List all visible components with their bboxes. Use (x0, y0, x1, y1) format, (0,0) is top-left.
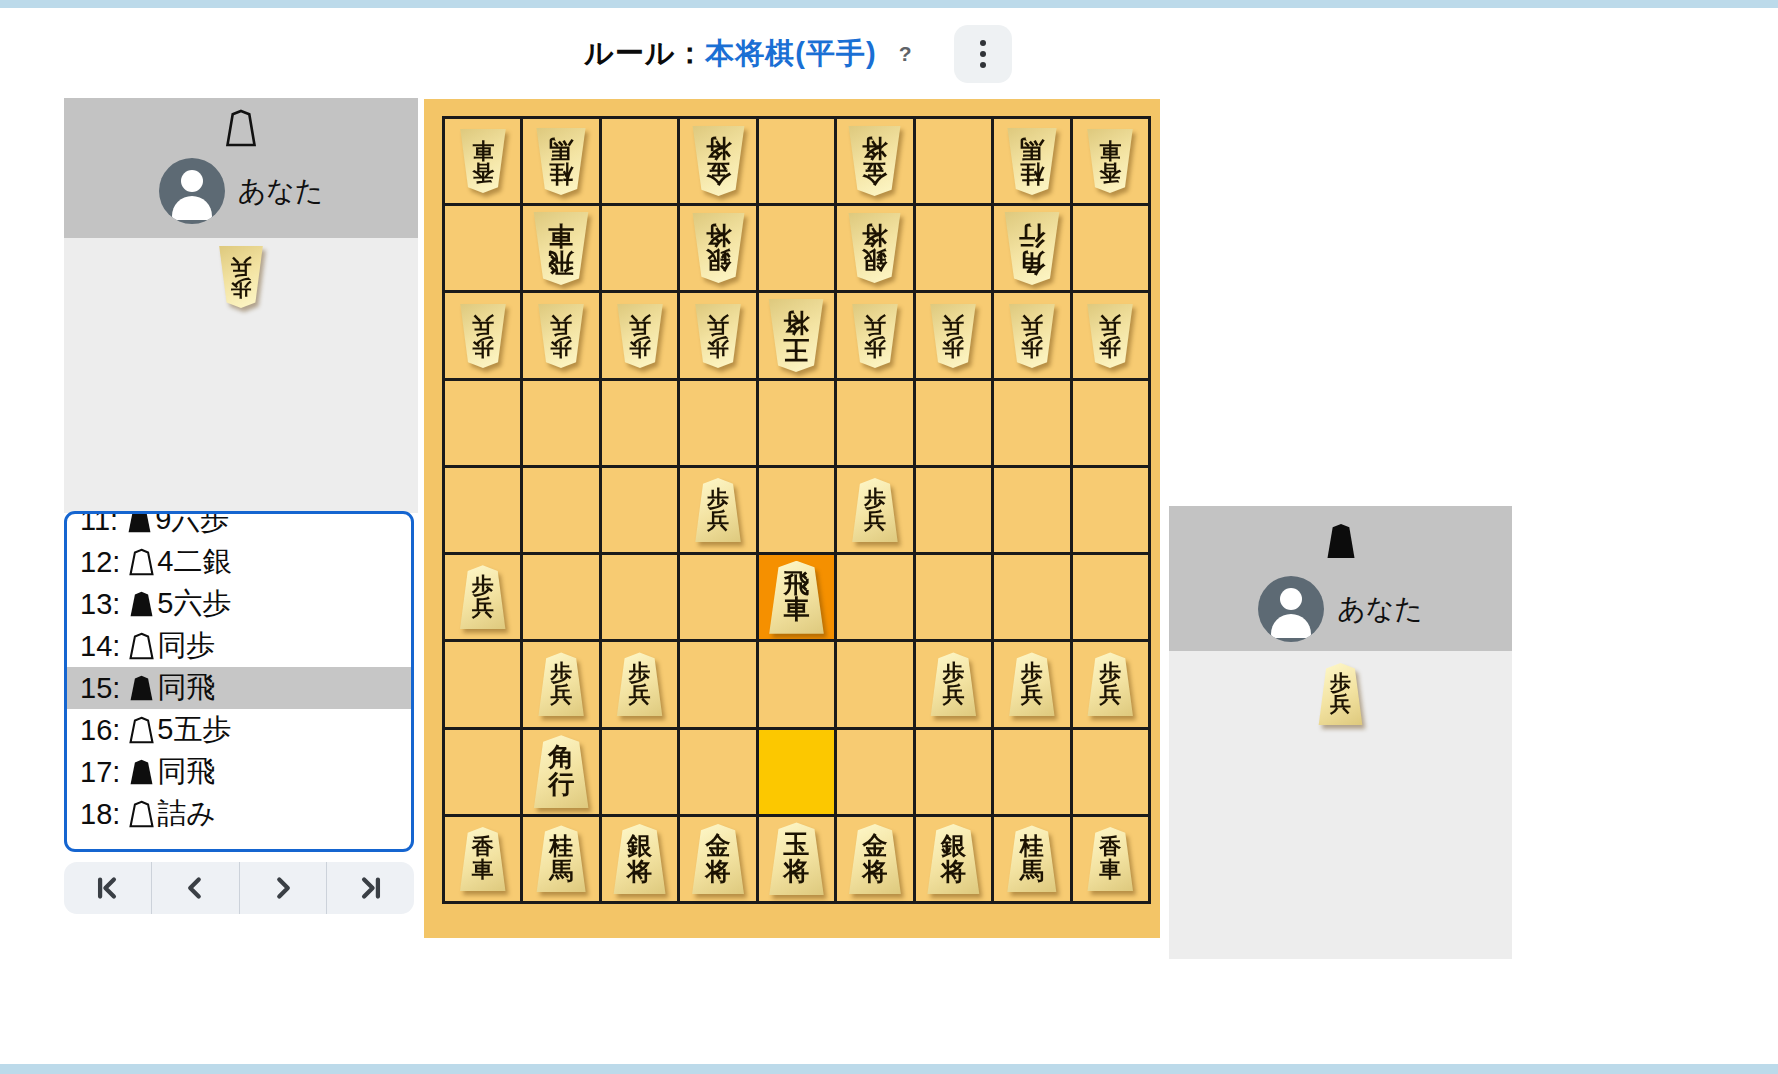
board-square[interactable] (837, 642, 912, 726)
board-square[interactable]: 歩兵 (916, 642, 991, 726)
board-square[interactable]: 銀将 (837, 206, 912, 290)
board-square[interactable] (759, 468, 834, 552)
board-square[interactable]: 銀将 (680, 206, 755, 290)
shogi-piece-P[interactable]: 歩兵 (928, 652, 978, 716)
gote-move-marker-icon (129, 716, 154, 744)
board-square[interactable]: 銀将 (602, 817, 677, 901)
board-square[interactable] (916, 381, 991, 465)
board-square[interactable] (916, 555, 991, 639)
shogi-piece-p[interactable]: 歩兵 (615, 304, 665, 368)
board-square[interactable] (916, 206, 991, 290)
board-square[interactable]: 歩兵 (602, 642, 677, 726)
board-square[interactable]: 香車 (445, 817, 520, 901)
shogi-piece-L[interactable]: 香車 (458, 827, 508, 891)
board-square[interactable]: 飛車 (759, 555, 834, 639)
board-square[interactable] (759, 642, 834, 726)
board-square[interactable]: 歩兵 (523, 642, 598, 726)
player-panel-header: あなた (1169, 506, 1512, 651)
board-square[interactable] (994, 730, 1069, 814)
board-square[interactable] (1073, 381, 1148, 465)
board-square[interactable] (759, 730, 834, 814)
shogi-piece-P[interactable]: 歩兵 (458, 565, 508, 629)
board-square[interactable] (680, 555, 755, 639)
shogi-piece-B[interactable]: 角行 (531, 735, 591, 808)
kebab-menu-button[interactable] (954, 25, 1012, 83)
board-square[interactable]: 歩兵 (680, 468, 755, 552)
shogi-board-grid: 香車桂馬金将金将桂馬香車飛車銀将銀将角行歩兵歩兵歩兵歩兵王将歩兵歩兵歩兵歩兵歩兵… (442, 116, 1151, 904)
board-square[interactable] (445, 206, 520, 290)
skip-to-end-button[interactable] (326, 862, 414, 914)
board-square[interactable] (1073, 730, 1148, 814)
board-square[interactable] (445, 642, 520, 726)
board-square[interactable] (1073, 206, 1148, 290)
move-row[interactable]: 15:同飛 (67, 667, 411, 709)
shogi-piece-N[interactable]: 桂馬 (534, 825, 588, 892)
kebab-dot (980, 51, 986, 57)
bottom-accent-strip (0, 1064, 1778, 1074)
board-square[interactable] (523, 468, 598, 552)
move-row[interactable]: 16:5五歩 (67, 709, 411, 751)
board-square[interactable] (916, 468, 991, 552)
top-accent-strip (0, 0, 1778, 8)
gote-move-marker-icon (129, 800, 154, 828)
shogi-piece-P[interactable]: 歩兵 (850, 478, 900, 542)
shogi-piece-P[interactable]: 歩兵 (693, 478, 743, 542)
board-square[interactable]: 桂馬 (523, 119, 598, 203)
gote-move-marker-icon (129, 632, 154, 660)
shogi-piece-p[interactable]: 歩兵 (1085, 304, 1135, 368)
shogi-piece-n[interactable]: 桂馬 (1005, 128, 1059, 195)
shogi-piece-S[interactable]: 銀将 (925, 824, 982, 894)
header: ルール：本将棋(平手) ? (584, 22, 1012, 86)
board-square[interactable] (445, 468, 520, 552)
avatar (1258, 576, 1324, 642)
board-square[interactable] (523, 555, 598, 639)
board-square[interactable] (602, 381, 677, 465)
rule-value-link[interactable]: 本将棋(平手) (705, 34, 876, 74)
board-square[interactable]: 歩兵 (602, 293, 677, 377)
skip-to-start-button[interactable] (64, 862, 151, 914)
board-square[interactable]: 桂馬 (994, 119, 1069, 203)
move-nav-bar (64, 862, 414, 914)
board-square[interactable]: 歩兵 (445, 293, 520, 377)
board-square[interactable]: 金将 (680, 119, 755, 203)
sente-side-icon (1169, 522, 1512, 560)
gote-hand-tray: 歩兵 (64, 238, 418, 513)
shogi-piece-P[interactable]: 歩兵 (1317, 663, 1365, 725)
shogi-board: 香車桂馬金将金将桂馬香車飛車銀将銀将角行歩兵歩兵歩兵歩兵王将歩兵歩兵歩兵歩兵歩兵… (424, 99, 1160, 938)
board-square[interactable]: 金将 (837, 119, 912, 203)
rule-label: ルール： (584, 34, 705, 74)
board-square[interactable]: 角行 (523, 730, 598, 814)
board-square[interactable]: 金将 (680, 817, 755, 901)
board-square[interactable]: 香車 (445, 119, 520, 203)
board-square[interactable] (994, 381, 1069, 465)
board-square[interactable] (602, 730, 677, 814)
board-square[interactable] (837, 555, 912, 639)
shogi-piece-p[interactable]: 歩兵 (536, 304, 586, 368)
shogi-piece-b[interactable]: 角行 (1002, 212, 1062, 285)
move-row[interactable]: 18:詰み (67, 793, 411, 835)
move-row[interactable]: 14:同歩 (67, 625, 411, 667)
shogi-piece-g[interactable]: 金将 (690, 126, 747, 196)
shogi-piece-l[interactable]: 香車 (458, 129, 508, 193)
board-square[interactable] (759, 119, 834, 203)
board-square[interactable]: 歩兵 (523, 293, 598, 377)
board-square[interactable] (916, 119, 991, 203)
shogi-piece-p[interactable]: 歩兵 (693, 304, 743, 368)
shogi-piece-p[interactable]: 歩兵 (850, 304, 900, 368)
board-square[interactable] (1073, 468, 1148, 552)
shogi-piece-G[interactable]: 金将 (690, 824, 747, 894)
kebab-dot (980, 40, 986, 46)
shogi-piece-s[interactable]: 銀将 (846, 213, 903, 283)
shogi-piece-G[interactable]: 金将 (846, 824, 903, 894)
board-square[interactable] (680, 642, 755, 726)
help-icon[interactable]: ? (899, 42, 912, 66)
board-square[interactable]: 歩兵 (837, 293, 912, 377)
shogi-piece-s[interactable]: 銀将 (690, 213, 747, 283)
board-square[interactable]: 歩兵 (994, 642, 1069, 726)
shogi-piece-k[interactable]: 王将 (766, 299, 826, 372)
shogi-piece-P[interactable]: 歩兵 (536, 652, 586, 716)
sente-move-marker-icon (129, 590, 154, 618)
shogi-piece-p[interactable]: 歩兵 (928, 304, 978, 368)
board-square[interactable] (445, 381, 520, 465)
opponent-panel: あなた 歩兵 (64, 98, 418, 513)
shogi-piece-r[interactable]: 飛車 (531, 212, 591, 285)
move-row[interactable]: 11:9六歩 (67, 514, 411, 541)
board-square[interactable]: 桂馬 (523, 817, 598, 901)
board-square[interactable] (916, 730, 991, 814)
step-back-button[interactable] (151, 862, 239, 914)
board-square[interactable] (837, 730, 912, 814)
board-square[interactable]: 歩兵 (1073, 293, 1148, 377)
board-square[interactable]: 歩兵 (994, 293, 1069, 377)
shogi-piece-L[interactable]: 香車 (1085, 827, 1135, 891)
board-square[interactable] (994, 555, 1069, 639)
board-square[interactable] (837, 381, 912, 465)
step-forward-button[interactable] (239, 862, 327, 914)
shogi-piece-R[interactable]: 飛車 (766, 561, 826, 634)
move-list: 11:9六歩12:4二銀13:5六歩14:同歩15:同飛16:5五歩17:同飛1… (64, 511, 414, 852)
board-square[interactable]: 角行 (994, 206, 1069, 290)
board-square[interactable]: 王将 (759, 293, 834, 377)
shogi-piece-K[interactable]: 玉将 (766, 822, 826, 895)
move-row[interactable]: 13:5六歩 (67, 583, 411, 625)
shogi-piece-N[interactable]: 桂馬 (1005, 825, 1059, 892)
board-square[interactable] (1073, 555, 1148, 639)
sente-move-marker-icon (129, 758, 154, 786)
kebab-dot (980, 62, 986, 68)
move-row[interactable]: 12:4二銀 (67, 541, 411, 583)
board-square[interactable]: 香車 (1073, 817, 1148, 901)
move-row[interactable]: 17:同飛 (67, 751, 411, 793)
gote-move-marker-icon (129, 548, 154, 576)
avatar (159, 158, 225, 224)
gote-side-icon (64, 109, 418, 147)
shogi-piece-p[interactable]: 歩兵 (1007, 304, 1057, 368)
shogi-piece-P[interactable]: 歩兵 (1085, 652, 1135, 716)
sente-move-marker-icon (129, 674, 154, 702)
sente-move-marker-icon (127, 514, 152, 534)
board-square[interactable] (445, 730, 520, 814)
sente-hand-tray: 歩兵 (1169, 651, 1512, 959)
board-square[interactable]: 歩兵 (680, 293, 755, 377)
shogi-piece-P[interactable]: 歩兵 (1007, 652, 1057, 716)
board-square[interactable] (523, 381, 598, 465)
board-square[interactable] (994, 468, 1069, 552)
shogi-piece-p[interactable]: 歩兵 (458, 304, 508, 368)
board-square[interactable] (680, 730, 755, 814)
player-name: あなた (1337, 590, 1423, 628)
board-square[interactable]: 歩兵 (1073, 642, 1148, 726)
player-panel: あなた 歩兵 (1169, 506, 1512, 959)
board-square[interactable]: 銀将 (916, 817, 991, 901)
shogi-piece-g[interactable]: 金将 (846, 126, 903, 196)
board-square[interactable]: 飛車 (523, 206, 598, 290)
board-square[interactable]: 金将 (837, 817, 912, 901)
board-square[interactable]: 歩兵 (445, 555, 520, 639)
shogi-piece-n[interactable]: 桂馬 (534, 128, 588, 195)
shogi-piece-l[interactable]: 香車 (1085, 129, 1135, 193)
board-square[interactable]: 玉将 (759, 817, 834, 901)
move-rows: 11:9六歩12:4二銀13:5六歩14:同歩15:同飛16:5五歩17:同飛1… (67, 514, 411, 849)
board-square[interactable]: 歩兵 (916, 293, 991, 377)
shogi-piece-S[interactable]: 銀将 (611, 824, 668, 894)
opponent-name: あなた (238, 172, 324, 210)
board-square[interactable] (602, 555, 677, 639)
board-square[interactable] (602, 119, 677, 203)
board-square[interactable] (680, 381, 755, 465)
board-square[interactable]: 桂馬 (994, 817, 1069, 901)
opponent-panel-header: あなた (64, 98, 418, 238)
board-square[interactable] (602, 468, 677, 552)
board-square[interactable] (759, 206, 834, 290)
shogi-piece-p[interactable]: 歩兵 (217, 246, 265, 308)
board-square[interactable]: 歩兵 (837, 468, 912, 552)
shogi-piece-P[interactable]: 歩兵 (615, 652, 665, 716)
board-square[interactable] (602, 206, 677, 290)
board-square[interactable]: 香車 (1073, 119, 1148, 203)
board-square[interactable] (759, 381, 834, 465)
